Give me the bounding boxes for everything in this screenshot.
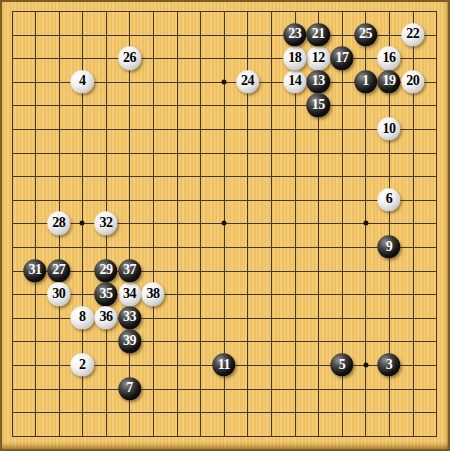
grid-cell <box>271 129 295 153</box>
grid-cell <box>247 105 271 129</box>
grid-cell <box>247 247 271 271</box>
move-number: 32 <box>99 216 112 230</box>
move-number: 30 <box>52 287 65 301</box>
grid-cell <box>295 271 319 295</box>
grid-cell <box>129 223 153 247</box>
grid-cell <box>342 176 366 200</box>
grid-cell <box>413 412 437 436</box>
grid-cell <box>177 365 201 389</box>
grid-cell <box>413 105 437 129</box>
grid-cell <box>318 271 342 295</box>
grid-cell <box>318 223 342 247</box>
grid-cell <box>271 389 295 413</box>
grid-cell <box>82 176 106 200</box>
move-number: 4 <box>79 75 86 89</box>
grid-cell <box>271 176 295 200</box>
grid-cell <box>224 294 248 318</box>
move-number: 31 <box>29 264 42 278</box>
grid-cell <box>129 176 153 200</box>
grid-cell <box>129 82 153 106</box>
grid-cell <box>82 389 106 413</box>
grid-cell <box>224 271 248 295</box>
grid-cell <box>413 247 437 271</box>
grid-cell <box>318 247 342 271</box>
grid-cell <box>12 58 36 82</box>
move-number: 18 <box>288 51 301 65</box>
grid-cell <box>106 11 130 35</box>
move-number: 2 <box>79 358 86 372</box>
grid-cell <box>200 129 224 153</box>
grid-cell <box>295 129 319 153</box>
grid-cell <box>247 318 271 342</box>
grid-cell <box>224 35 248 59</box>
move-number: 29 <box>99 264 112 278</box>
move-number: 34 <box>123 287 136 301</box>
grid-cell <box>153 365 177 389</box>
grid-cell <box>177 294 201 318</box>
grid-cell <box>342 247 366 271</box>
grid-cell <box>224 129 248 153</box>
grid-cell <box>295 294 319 318</box>
grid-cell <box>200 200 224 224</box>
star-point <box>363 221 368 226</box>
star-point <box>80 221 85 226</box>
grid-cell <box>318 318 342 342</box>
grid-cell <box>413 153 437 177</box>
grid-cell <box>295 247 319 271</box>
grid-cell <box>342 153 366 177</box>
grid-cell <box>389 318 413 342</box>
grid-cell <box>59 105 83 129</box>
star-point <box>221 79 226 84</box>
grid-cell <box>177 247 201 271</box>
grid-cell <box>365 271 389 295</box>
grid-cell <box>12 176 36 200</box>
move-number: 22 <box>406 28 419 42</box>
grid-cell <box>12 105 36 129</box>
grid-cell <box>177 58 201 82</box>
grid-cell <box>35 105 59 129</box>
grid-cell <box>413 176 437 200</box>
grid-cell <box>200 82 224 106</box>
grid-cell <box>389 271 413 295</box>
grid-cell <box>35 389 59 413</box>
grid-cell <box>12 153 36 177</box>
grid-cell <box>247 153 271 177</box>
grid-cell <box>413 389 437 413</box>
grid-cell <box>389 294 413 318</box>
grid-cell <box>82 412 106 436</box>
go-board[interactable]: 1234567891011121314151617181920212223242… <box>0 0 450 451</box>
grid-cell <box>153 82 177 106</box>
grid-cell <box>200 58 224 82</box>
grid-cell <box>59 389 83 413</box>
grid-cell <box>295 200 319 224</box>
grid-cell <box>177 11 201 35</box>
grid-cell <box>106 176 130 200</box>
star-point <box>221 221 226 226</box>
grid-cell <box>389 389 413 413</box>
grid-cell <box>200 223 224 247</box>
grid-cell <box>224 223 248 247</box>
grid-cell <box>35 129 59 153</box>
grid-cell <box>12 412 36 436</box>
grid-cell <box>295 412 319 436</box>
grid-cell <box>295 176 319 200</box>
grid-cell <box>224 176 248 200</box>
grid-cell <box>59 176 83 200</box>
grid-cell <box>106 412 130 436</box>
grid-cell <box>318 129 342 153</box>
grid-cell <box>342 389 366 413</box>
grid-cell <box>59 153 83 177</box>
grid-cell <box>271 318 295 342</box>
grid-cell <box>200 294 224 318</box>
move-number: 36 <box>99 311 112 325</box>
move-number: 5 <box>339 358 346 372</box>
grid-cell <box>413 294 437 318</box>
grid-cell <box>35 153 59 177</box>
move-number: 7 <box>126 382 133 396</box>
grid-cell <box>177 223 201 247</box>
grid-cell <box>318 200 342 224</box>
grid-cell <box>247 176 271 200</box>
move-number: 19 <box>383 75 396 89</box>
grid-cell <box>35 365 59 389</box>
move-number: 39 <box>123 334 136 348</box>
grid-cell <box>318 176 342 200</box>
grid-cell <box>224 247 248 271</box>
grid-cell <box>200 153 224 177</box>
grid-cell <box>342 412 366 436</box>
grid-cell <box>224 200 248 224</box>
grid-cell <box>129 11 153 35</box>
grid-cell <box>224 153 248 177</box>
grid-cell <box>271 294 295 318</box>
grid-cell <box>82 11 106 35</box>
grid-cell <box>413 318 437 342</box>
grid-cell <box>413 341 437 365</box>
move-number: 26 <box>123 51 136 65</box>
grid-cell <box>12 11 36 35</box>
grid-cell <box>153 341 177 365</box>
grid-cell <box>365 389 389 413</box>
move-number: 37 <box>123 264 136 278</box>
move-number: 21 <box>312 28 325 42</box>
grid-cell <box>318 412 342 436</box>
move-number: 3 <box>386 358 393 372</box>
grid-cell <box>129 153 153 177</box>
grid-cell <box>224 11 248 35</box>
grid-cell <box>106 129 130 153</box>
grid-cell <box>153 129 177 153</box>
grid-cell <box>12 82 36 106</box>
grid-cell <box>177 153 201 177</box>
grid-cell <box>153 176 177 200</box>
grid-cell <box>35 341 59 365</box>
grid-cell <box>153 412 177 436</box>
grid-cell <box>413 129 437 153</box>
grid-cell <box>129 412 153 436</box>
grid-cell <box>129 200 153 224</box>
grid-cell <box>247 129 271 153</box>
grid-cell <box>82 35 106 59</box>
grid-cell <box>35 176 59 200</box>
grid-cell <box>413 200 437 224</box>
move-number: 20 <box>406 75 419 89</box>
grid-cell <box>342 223 366 247</box>
grid-cell <box>318 294 342 318</box>
grid-cell <box>413 271 437 295</box>
grid-cell <box>200 11 224 35</box>
grid-cell <box>12 389 36 413</box>
grid-cell <box>342 294 366 318</box>
grid-cell <box>200 176 224 200</box>
grid-cell <box>12 200 36 224</box>
grid-cell <box>177 200 201 224</box>
grid-cell <box>342 129 366 153</box>
move-number: 24 <box>241 75 254 89</box>
grid-cell <box>82 129 106 153</box>
grid-cell <box>247 271 271 295</box>
grid-cell <box>247 35 271 59</box>
grid-cell <box>389 412 413 436</box>
grid-cell <box>247 294 271 318</box>
grid-cell <box>177 176 201 200</box>
grid-cell <box>365 412 389 436</box>
grid-cell <box>200 318 224 342</box>
grid-cell <box>342 200 366 224</box>
grid-cell <box>271 365 295 389</box>
grid-cell <box>271 153 295 177</box>
grid-cell <box>153 318 177 342</box>
grid-cell <box>413 365 437 389</box>
move-number: 23 <box>288 28 301 42</box>
grid-cell <box>177 412 201 436</box>
grid-cell <box>295 153 319 177</box>
grid-cell <box>247 389 271 413</box>
star-point <box>363 363 368 368</box>
grid-cell <box>35 11 59 35</box>
grid-cell <box>247 341 271 365</box>
move-number: 11 <box>218 358 230 372</box>
move-number: 15 <box>312 98 325 112</box>
grid-cell <box>247 365 271 389</box>
move-number: 8 <box>79 311 86 325</box>
move-number: 13 <box>312 75 325 89</box>
grid-cell <box>153 35 177 59</box>
grid-cell <box>177 35 201 59</box>
grid-cell <box>365 294 389 318</box>
move-number: 14 <box>288 75 301 89</box>
grid-cell <box>342 318 366 342</box>
grid-cell <box>271 271 295 295</box>
move-number: 27 <box>52 264 65 278</box>
grid-cell <box>177 341 201 365</box>
grid-cell <box>106 153 130 177</box>
grid-cell <box>271 223 295 247</box>
grid-cell <box>295 389 319 413</box>
grid-cell <box>12 294 36 318</box>
grid-cell <box>224 105 248 129</box>
grid-cell <box>153 11 177 35</box>
grid-cell <box>106 82 130 106</box>
grid-cell <box>12 223 36 247</box>
grid-cell <box>35 412 59 436</box>
grid-cell <box>106 105 130 129</box>
grid-cell <box>342 105 366 129</box>
grid-cell <box>247 223 271 247</box>
grid-cell <box>153 105 177 129</box>
grid-cell <box>271 105 295 129</box>
grid-cell <box>365 318 389 342</box>
grid-cell <box>177 82 201 106</box>
grid-cell <box>247 11 271 35</box>
grid-cell <box>59 129 83 153</box>
grid-cell <box>153 223 177 247</box>
grid-cell <box>200 271 224 295</box>
grid-cell <box>200 389 224 413</box>
grid-cell <box>12 318 36 342</box>
grid-cell <box>295 341 319 365</box>
grid-cell <box>200 35 224 59</box>
grid-cell <box>153 247 177 271</box>
grid-cell <box>59 35 83 59</box>
grid-cell <box>247 412 271 436</box>
grid-cell <box>35 58 59 82</box>
grid-cell <box>224 412 248 436</box>
grid-cell <box>129 129 153 153</box>
grid-cell <box>177 389 201 413</box>
grid-cell <box>12 129 36 153</box>
grid-cell <box>153 200 177 224</box>
move-number: 33 <box>123 311 136 325</box>
grid-cell <box>271 247 295 271</box>
grid-cell <box>271 412 295 436</box>
grid-cell <box>177 105 201 129</box>
grid-cell <box>12 341 36 365</box>
grid-cell <box>200 247 224 271</box>
grid-cell <box>35 82 59 106</box>
grid-cell <box>224 318 248 342</box>
grid-cell <box>12 365 36 389</box>
grid-cell <box>177 271 201 295</box>
move-number: 35 <box>99 287 112 301</box>
grid-cell <box>59 412 83 436</box>
grid-cell <box>295 318 319 342</box>
grid-cell <box>295 365 319 389</box>
grid-cell <box>35 35 59 59</box>
grid-cell <box>82 105 106 129</box>
move-number: 16 <box>383 51 396 65</box>
grid-cell <box>12 35 36 59</box>
grid-cell <box>177 129 201 153</box>
move-number: 12 <box>312 51 325 65</box>
move-number: 1 <box>362 75 369 89</box>
grid-cell <box>271 341 295 365</box>
move-number: 10 <box>383 122 396 136</box>
grid-cell <box>389 153 413 177</box>
move-number: 28 <box>52 216 65 230</box>
move-number: 17 <box>335 51 348 65</box>
grid-cell <box>365 153 389 177</box>
grid-cell <box>153 153 177 177</box>
grid-cell <box>224 389 248 413</box>
grid-cell <box>295 223 319 247</box>
grid-cell <box>129 105 153 129</box>
grid-cell <box>35 318 59 342</box>
grid-cell <box>318 389 342 413</box>
grid-cell <box>200 412 224 436</box>
grid-cell <box>153 58 177 82</box>
grid-cell <box>82 153 106 177</box>
move-number: 6 <box>386 193 393 207</box>
grid-cell <box>247 200 271 224</box>
grid-cell <box>318 153 342 177</box>
grid-cell <box>342 271 366 295</box>
grid-cell <box>177 318 201 342</box>
grid-cell <box>200 105 224 129</box>
move-number: 38 <box>147 287 160 301</box>
move-number: 9 <box>386 240 393 254</box>
grid-cell <box>59 11 83 35</box>
grid-cell <box>271 200 295 224</box>
grid-cell <box>153 389 177 413</box>
move-number: 25 <box>359 28 372 42</box>
grid-cell <box>413 223 437 247</box>
